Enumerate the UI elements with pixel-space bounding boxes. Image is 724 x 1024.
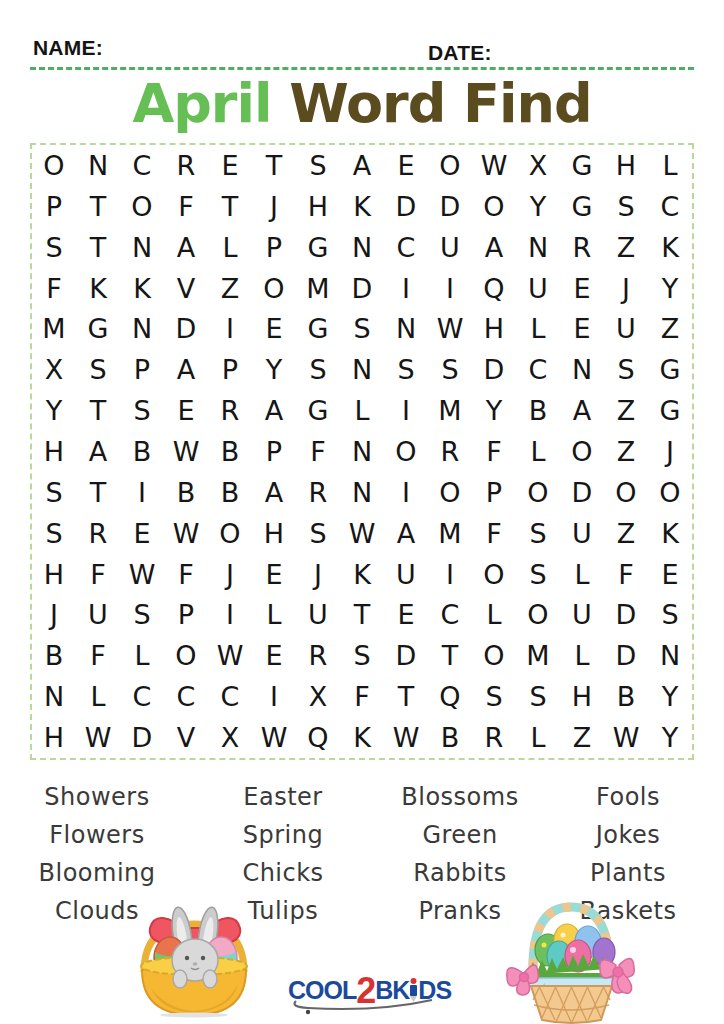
grid-cell-r15c10[interactable]: B bbox=[428, 717, 472, 758]
grid-cell-r8c14[interactable]: Z bbox=[604, 431, 648, 472]
grid-cell-r7c13[interactable]: A bbox=[560, 390, 604, 431]
grid-cell-r8c15[interactable]: J bbox=[648, 431, 692, 472]
grid-cell-r6c1[interactable]: X bbox=[32, 349, 76, 390]
grid-cell-r5c7[interactable]: G bbox=[296, 308, 340, 349]
grid-cell-r2c7[interactable]: H bbox=[296, 186, 340, 227]
basket-body bbox=[531, 986, 612, 1023]
grid-cell-r9c2[interactable]: T bbox=[76, 472, 120, 513]
grid-cell-r11c15[interactable]: E bbox=[648, 554, 692, 595]
grid-cell-r10c4[interactable]: W bbox=[164, 513, 208, 554]
grid-cell-r13c15[interactable]: N bbox=[648, 635, 692, 676]
grid-cell-r2c5[interactable]: T bbox=[208, 186, 252, 227]
date-label: DATE: bbox=[428, 41, 492, 65]
grid-cell-r3c14[interactable]: Z bbox=[604, 227, 648, 268]
grid-cell-r15c1[interactable]: H bbox=[32, 717, 76, 758]
grid-cell-r7c3[interactable]: S bbox=[120, 390, 164, 431]
grid-cell-r12c10[interactable]: C bbox=[428, 595, 472, 636]
bunny-face bbox=[172, 939, 218, 988]
grid-cell-r3c5[interactable]: L bbox=[208, 227, 252, 268]
grid-cell-r7c15[interactable]: G bbox=[648, 390, 692, 431]
grid-cell-r9c3[interactable]: I bbox=[120, 472, 164, 513]
worksheet-page: NAME: DATE: April Word Find ONCRETSAEOWX… bbox=[0, 0, 724, 1024]
grid-cell-r12c9[interactable]: E bbox=[384, 595, 428, 636]
cool2bkids-logo: COOL2BKDS bbox=[288, 970, 438, 1012]
grid-cell-r4c3[interactable]: K bbox=[120, 268, 164, 309]
grid-cell-r14c9[interactable]: T bbox=[384, 676, 428, 717]
grid-cell-r13c9[interactable]: D bbox=[384, 635, 428, 676]
word-list-item: Rabbits bbox=[365, 854, 555, 892]
grid-cell-r13c11[interactable]: O bbox=[472, 635, 516, 676]
grid-cell-r14c11[interactable]: S bbox=[472, 676, 516, 717]
grid-cell-r10c8[interactable]: W bbox=[340, 513, 384, 554]
grid-cell-r1c1[interactable]: O bbox=[32, 145, 76, 186]
grid-cell-r1c10[interactable]: O bbox=[428, 145, 472, 186]
grid-cell-r12c1[interactable]: J bbox=[32, 595, 76, 636]
page-title: April Word Find bbox=[0, 72, 724, 135]
grid-cell-r5c4[interactable]: D bbox=[164, 308, 208, 349]
grid-cell-r11c5[interactable]: J bbox=[208, 554, 252, 595]
grid-cell-r7c12[interactable]: B bbox=[516, 390, 560, 431]
grid-cell-r15c9[interactable]: W bbox=[384, 717, 428, 758]
grid-cell-r5c1[interactable]: M bbox=[32, 308, 76, 349]
grid-cell-r2c13[interactable]: G bbox=[560, 186, 604, 227]
grid-cell-r11c2[interactable]: F bbox=[76, 554, 120, 595]
grid-cell-r3c2[interactable]: T bbox=[76, 227, 120, 268]
grid-cell-r3c10[interactable]: U bbox=[428, 227, 472, 268]
shadow bbox=[160, 1013, 228, 1018]
grid-cell-r7c14[interactable]: Z bbox=[604, 390, 648, 431]
grid-cell-r9c10[interactable]: O bbox=[428, 472, 472, 513]
grid-cell-r8c5[interactable]: B bbox=[208, 431, 252, 472]
grid-cell-r8c10[interactable]: R bbox=[428, 431, 472, 472]
grid-cell-r7c7[interactable]: G bbox=[296, 390, 340, 431]
grid-cell-r7c1[interactable]: Y bbox=[32, 390, 76, 431]
grid-cell-r1c11[interactable]: W bbox=[472, 145, 516, 186]
grid-cell-r6c13[interactable]: N bbox=[560, 349, 604, 390]
header-divider bbox=[30, 67, 694, 70]
grid-cell-r2c6[interactable]: J bbox=[252, 186, 296, 227]
grid-cell-r2c12[interactable]: Y bbox=[516, 186, 560, 227]
grid-cell-r15c4[interactable]: V bbox=[164, 717, 208, 758]
grid-cell-r8c13[interactable]: O bbox=[560, 431, 604, 472]
grid-cell-r13c4[interactable]: O bbox=[164, 635, 208, 676]
grid-cell-r5c14[interactable]: U bbox=[604, 308, 648, 349]
grid-cell-r1c4[interactable]: R bbox=[164, 145, 208, 186]
grid-cell-r6c8[interactable]: N bbox=[340, 349, 384, 390]
grid-cell-r10c10[interactable]: M bbox=[428, 513, 472, 554]
grid-cell-r7c8[interactable]: L bbox=[340, 390, 384, 431]
grid-cell-r14c10[interactable]: Q bbox=[428, 676, 472, 717]
grid-cell-r11c13[interactable]: L bbox=[560, 554, 604, 595]
grid-cell-r9c13[interactable]: D bbox=[560, 472, 604, 513]
grid-cell-r14c13[interactable]: H bbox=[560, 676, 604, 717]
grid-cell-r14c5[interactable]: C bbox=[208, 676, 252, 717]
grid-cell-r11c1[interactable]: H bbox=[32, 554, 76, 595]
grid-cell-r8c4[interactable]: W bbox=[164, 431, 208, 472]
grid-cell-r3c8[interactable]: N bbox=[340, 227, 384, 268]
grid-cell-r4c5[interactable]: Z bbox=[208, 268, 252, 309]
word-list-item: Blossoms bbox=[365, 778, 555, 816]
grid-cell-r11c8[interactable]: K bbox=[340, 554, 384, 595]
grid-cell-r10c2[interactable]: R bbox=[76, 513, 120, 554]
grid-cell-r5c11[interactable]: H bbox=[472, 308, 516, 349]
grid-cell-r11c7[interactable]: J bbox=[296, 554, 340, 595]
word-list-item: Showers bbox=[2, 778, 192, 816]
grid-cell-r7c10[interactable]: M bbox=[428, 390, 472, 431]
grid-cell-r15c2[interactable]: W bbox=[76, 717, 120, 758]
grid-cell-r10c11[interactable]: F bbox=[472, 513, 516, 554]
grid-cell-r2c14[interactable]: S bbox=[604, 186, 648, 227]
grid-cell-r7c11[interactable]: Y bbox=[472, 390, 516, 431]
easter-eggs-basket-image bbox=[503, 893, 640, 1024]
grid-cell-r1c2[interactable]: N bbox=[76, 145, 120, 186]
grid-cell-r9c11[interactable]: P bbox=[472, 472, 516, 513]
grid-cell-r9c15[interactable]: O bbox=[648, 472, 692, 513]
grid-cell-r8c6[interactable]: P bbox=[252, 431, 296, 472]
grid-cell-r4c11[interactable]: Q bbox=[472, 268, 516, 309]
grid-cell-r12c11[interactable]: L bbox=[472, 595, 516, 636]
grid-cell-r6c12[interactable]: C bbox=[516, 349, 560, 390]
grid-cell-r4c4[interactable]: V bbox=[164, 268, 208, 309]
grid-cell-r13c2[interactable]: F bbox=[76, 635, 120, 676]
word-list-item: Chicks bbox=[188, 854, 378, 892]
grid-cell-r9c8[interactable]: N bbox=[340, 472, 384, 513]
grid-cell-r8c3[interactable]: B bbox=[120, 431, 164, 472]
grid-cell-r2c10[interactable]: D bbox=[428, 186, 472, 227]
grid-cell-r4c6[interactable]: O bbox=[252, 268, 296, 309]
grid-cell-r2c11[interactable]: O bbox=[472, 186, 516, 227]
grid-cell-r14c8[interactable]: F bbox=[340, 676, 384, 717]
grid-cell-r14c6[interactable]: I bbox=[252, 676, 296, 717]
grid-cell-r15c14[interactable]: W bbox=[604, 717, 648, 758]
grid-cell-r2c3[interactable]: O bbox=[120, 186, 164, 227]
grid-cell-r11c4[interactable]: F bbox=[164, 554, 208, 595]
word-list-item: Jokes bbox=[533, 816, 723, 854]
grid-cell-r14c2[interactable]: L bbox=[76, 676, 120, 717]
grid-cell-r8c8[interactable]: N bbox=[340, 431, 384, 472]
grid-cell-r3c13[interactable]: R bbox=[560, 227, 604, 268]
grid-cell-r7c2[interactable]: T bbox=[76, 390, 120, 431]
grid-cell-r2c2[interactable]: T bbox=[76, 186, 120, 227]
grid-cell-r7c6[interactable]: A bbox=[252, 390, 296, 431]
grid-cell-r1c9[interactable]: E bbox=[384, 145, 428, 186]
grid-cell-r1c12[interactable]: X bbox=[516, 145, 560, 186]
grid-cell-r4c12[interactable]: U bbox=[516, 268, 560, 309]
grid-cell-r15c13[interactable]: Z bbox=[560, 717, 604, 758]
grid-cell-r9c14[interactable]: O bbox=[604, 472, 648, 513]
grid-cell-r10c6[interactable]: H bbox=[252, 513, 296, 554]
grid-cell-r15c7[interactable]: Q bbox=[296, 717, 340, 758]
grid-cell-r3c6[interactable]: P bbox=[252, 227, 296, 268]
grid-cell-r12c3[interactable]: S bbox=[120, 595, 164, 636]
word-grid: ONCRETSAEOWXGHLPTOFTJHKDDOYGSCSTNALPGNCU… bbox=[30, 143, 694, 760]
grid-cell-r12c2[interactable]: U bbox=[76, 595, 120, 636]
grid-cell-r10c14[interactable]: Z bbox=[604, 513, 648, 554]
grid-cell-r13c1[interactable]: B bbox=[32, 635, 76, 676]
grid-cell-r11c6[interactable]: E bbox=[252, 554, 296, 595]
grid-cell-r5c8[interactable]: S bbox=[340, 308, 384, 349]
grid-cell-r15c11[interactable]: R bbox=[472, 717, 516, 758]
grid-cell-r14c4[interactable]: C bbox=[164, 676, 208, 717]
grid-cell-r9c6[interactable]: A bbox=[252, 472, 296, 513]
grid-cell-r15c15[interactable]: Y bbox=[648, 717, 692, 758]
grid-cell-r1c6[interactable]: T bbox=[252, 145, 296, 186]
grid-cell-r3c4[interactable]: A bbox=[164, 227, 208, 268]
grid-cell-r11c10[interactable]: I bbox=[428, 554, 472, 595]
grid-cell-r14c7[interactable]: X bbox=[296, 676, 340, 717]
grid-cell-r12c5[interactable]: I bbox=[208, 595, 252, 636]
grid-cell-r3c3[interactable]: N bbox=[120, 227, 164, 268]
grid-cell-r9c1[interactable]: S bbox=[32, 472, 76, 513]
grid-cell-r10c3[interactable]: E bbox=[120, 513, 164, 554]
grid-cell-r7c5[interactable]: R bbox=[208, 390, 252, 431]
grid-cell-r6c14[interactable]: S bbox=[604, 349, 648, 390]
grid-cell-r15c12[interactable]: L bbox=[516, 717, 560, 758]
grid-cell-r12c6[interactable]: L bbox=[252, 595, 296, 636]
grid-cell-r13c5[interactable]: W bbox=[208, 635, 252, 676]
grid-cell-r10c7[interactable]: S bbox=[296, 513, 340, 554]
grid-cell-r1c14[interactable]: H bbox=[604, 145, 648, 186]
grid-cell-r4c8[interactable]: D bbox=[340, 268, 384, 309]
grid-cell-r5c3[interactable]: N bbox=[120, 308, 164, 349]
grid-cell-r6c2[interactable]: S bbox=[76, 349, 120, 390]
grid-cell-r10c13[interactable]: U bbox=[560, 513, 604, 554]
grid-cell-r1c5[interactable]: E bbox=[208, 145, 252, 186]
grid-cell-r15c3[interactable]: D bbox=[120, 717, 164, 758]
grid-cell-r2c9[interactable]: D bbox=[384, 186, 428, 227]
word-list-item: Flowers bbox=[2, 816, 192, 854]
grid-cell-r7c9[interactable]: I bbox=[384, 390, 428, 431]
grid-cell-r1c13[interactable]: G bbox=[560, 145, 604, 186]
grid-cell-r14c12[interactable]: S bbox=[516, 676, 560, 717]
grid-cell-r14c15[interactable]: Y bbox=[648, 676, 692, 717]
grid-cell-r14c1[interactable]: N bbox=[32, 676, 76, 717]
grid-cell-r6c3[interactable]: P bbox=[120, 349, 164, 390]
grid-cell-r13c14[interactable]: D bbox=[604, 635, 648, 676]
grid-cell-r10c15[interactable]: K bbox=[648, 513, 692, 554]
grid-cell-r1c7[interactable]: S bbox=[296, 145, 340, 186]
grid-cell-r13c7[interactable]: R bbox=[296, 635, 340, 676]
grid-cell-r2c15[interactable]: C bbox=[648, 186, 692, 227]
grid-cell-r9c4[interactable]: B bbox=[164, 472, 208, 513]
grid-cell-r12c14[interactable]: D bbox=[604, 595, 648, 636]
grid-cell-r3c7[interactable]: G bbox=[296, 227, 340, 268]
grid-cell-r6c10[interactable]: S bbox=[428, 349, 472, 390]
grid-cell-r6c6[interactable]: Y bbox=[252, 349, 296, 390]
grid-cell-r1c8[interactable]: A bbox=[340, 145, 384, 186]
grid-cell-r4c2[interactable]: K bbox=[76, 268, 120, 309]
grid-cell-r2c1[interactable]: P bbox=[32, 186, 76, 227]
grid-cell-r13c8[interactable]: S bbox=[340, 635, 384, 676]
word-list-item: Blooming bbox=[2, 854, 192, 892]
grid-cell-r9c7[interactable]: R bbox=[296, 472, 340, 513]
grid-cell-r15c8[interactable]: K bbox=[340, 717, 384, 758]
grid-cell-r5c15[interactable]: Z bbox=[648, 308, 692, 349]
grid-cell-r4c10[interactable]: I bbox=[428, 268, 472, 309]
grid-cell-r1c3[interactable]: C bbox=[120, 145, 164, 186]
grid-cell-r4c15[interactable]: Y bbox=[648, 268, 692, 309]
title-word-find: Word Find bbox=[271, 72, 591, 135]
word-list-item: Easter bbox=[188, 778, 378, 816]
easter-bunny-basket-image bbox=[128, 897, 261, 1019]
grid-cell-r9c9[interactable]: I bbox=[384, 472, 428, 513]
grid-cell-r10c12[interactable]: S bbox=[516, 513, 560, 554]
grid-cell-r4c1[interactable]: F bbox=[32, 268, 76, 309]
grid-cell-r8c12[interactable]: L bbox=[516, 431, 560, 472]
grid-cell-r13c13[interactable]: L bbox=[560, 635, 604, 676]
name-label: NAME: bbox=[33, 36, 103, 60]
grid-cell-r6c15[interactable]: G bbox=[648, 349, 692, 390]
grid-cell-r3c12[interactable]: N bbox=[516, 227, 560, 268]
grid-cell-r11c9[interactable]: U bbox=[384, 554, 428, 595]
logo-swoosh bbox=[282, 998, 442, 1016]
grid-cell-r3c15[interactable]: K bbox=[648, 227, 692, 268]
grid-cell-r14c3[interactable]: C bbox=[120, 676, 164, 717]
grid-cell-r9c5[interactable]: B bbox=[208, 472, 252, 513]
grid-cell-r5c13[interactable]: E bbox=[560, 308, 604, 349]
grid-cell-r14c14[interactable]: B bbox=[604, 676, 648, 717]
word-list-item: Spring bbox=[188, 816, 378, 854]
grid-cell-r10c5[interactable]: O bbox=[208, 513, 252, 554]
grid-cell-r8c7[interactable]: F bbox=[296, 431, 340, 472]
grid-cell-r13c12[interactable]: M bbox=[516, 635, 560, 676]
grid-cell-r3c1[interactable]: S bbox=[32, 227, 76, 268]
grid-cell-r12c8[interactable]: T bbox=[340, 595, 384, 636]
grid-cell-r5c9[interactable]: N bbox=[384, 308, 428, 349]
grid-cell-r11c3[interactable]: W bbox=[120, 554, 164, 595]
grid-cell-r5c6[interactable]: E bbox=[252, 308, 296, 349]
grid-cell-r5c5[interactable]: I bbox=[208, 308, 252, 349]
grid-cell-r6c4[interactable]: A bbox=[164, 349, 208, 390]
grid-cell-r12c12[interactable]: O bbox=[516, 595, 560, 636]
grid-cell-r6c9[interactable]: S bbox=[384, 349, 428, 390]
grid-cell-r8c9[interactable]: O bbox=[384, 431, 428, 472]
grid-cell-r11c14[interactable]: F bbox=[604, 554, 648, 595]
grid-cell-r8c11[interactable]: F bbox=[472, 431, 516, 472]
grid-cell-r12c7[interactable]: U bbox=[296, 595, 340, 636]
grid-cell-r1c15[interactable]: L bbox=[648, 145, 692, 186]
grid-cell-r6c11[interactable]: D bbox=[472, 349, 516, 390]
grid-cell-r15c6[interactable]: W bbox=[252, 717, 296, 758]
grid-cell-r13c6[interactable]: E bbox=[252, 635, 296, 676]
word-list-item: Plants bbox=[533, 854, 723, 892]
grid-cell-r4c13[interactable]: E bbox=[560, 268, 604, 309]
grid-cell-r8c1[interactable]: H bbox=[32, 431, 76, 472]
grid-cell-r4c14[interactable]: J bbox=[604, 268, 648, 309]
grid-cell-r10c9[interactable]: A bbox=[384, 513, 428, 554]
word-list-item: Fools bbox=[533, 778, 723, 816]
grid-cell-r2c8[interactable]: K bbox=[340, 186, 384, 227]
grid-cell-r10c1[interactable]: S bbox=[32, 513, 76, 554]
grid-cell-r7c4[interactable]: E bbox=[164, 390, 208, 431]
grid-cell-r5c10[interactable]: W bbox=[428, 308, 472, 349]
grid-cell-r11c12[interactable]: S bbox=[516, 554, 560, 595]
title-april: April bbox=[132, 72, 271, 135]
grid-cell-r6c7[interactable]: S bbox=[296, 349, 340, 390]
grid-cell-r3c11[interactable]: A bbox=[472, 227, 516, 268]
grid-cell-r15c5[interactable]: X bbox=[208, 717, 252, 758]
grid-cell-r4c7[interactable]: M bbox=[296, 268, 340, 309]
grid-cell-r12c13[interactable]: U bbox=[560, 595, 604, 636]
grid-cell-r13c10[interactable]: T bbox=[428, 635, 472, 676]
grid-cell-r12c15[interactable]: S bbox=[648, 595, 692, 636]
grid-cell-r13c3[interactable]: L bbox=[120, 635, 164, 676]
grid-cell-r5c12[interactable]: L bbox=[516, 308, 560, 349]
grid-cell-r2c4[interactable]: F bbox=[164, 186, 208, 227]
grid-cell-r6c5[interactable]: P bbox=[208, 349, 252, 390]
grid-cell-r3c9[interactable]: C bbox=[384, 227, 428, 268]
grid-cell-r9c12[interactable]: O bbox=[516, 472, 560, 513]
grid-cell-r8c2[interactable]: A bbox=[76, 431, 120, 472]
grid-cell-r5c2[interactable]: G bbox=[76, 308, 120, 349]
grid-cell-r11c11[interactable]: O bbox=[472, 554, 516, 595]
word-list-item: Green bbox=[365, 816, 555, 854]
grid-cell-r4c9[interactable]: I bbox=[384, 268, 428, 309]
grid-cell-r12c4[interactable]: P bbox=[164, 595, 208, 636]
